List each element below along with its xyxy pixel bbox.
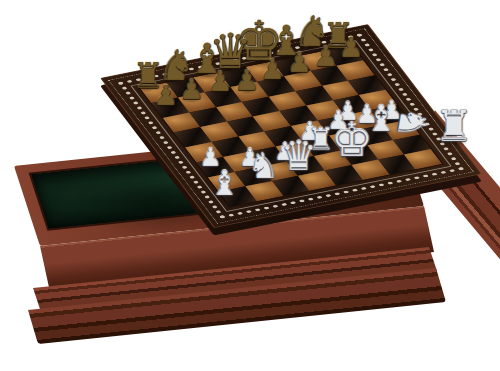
pawn-glyph: ♟: [208, 69, 233, 97]
queen-glyph: ♛: [281, 136, 318, 177]
pawn-glyph: ♟: [260, 57, 285, 85]
pawn-glyph: ♟: [287, 50, 312, 78]
knight-glyph: ♞: [248, 150, 279, 185]
pawn-glyph: ♟: [338, 34, 363, 62]
rook-glyph: ♜: [435, 105, 474, 148]
product-photo-scene: ♞♜♝♟♚♟♛♟♝♟♞♜♟♟♟♟♟♟♟♞♟♝♟♜♜♚♟♟♟♛♞♝: [0, 0, 500, 371]
pawn-glyph: ♟: [313, 44, 338, 72]
pawn-glyph: ♟: [153, 82, 178, 110]
pawn-glyph: ♟: [179, 76, 204, 104]
pawn-glyph: ♟: [234, 67, 259, 95]
bishop-glyph: ♝: [209, 167, 240, 202]
pieces-layer: ♞♜♝♟♚♟♛♟♝♟♞♜♟♟♟♟♟♟♟♞♟♝♟♜♜♚♟♟♟♛♞♝: [0, 0, 500, 371]
king-glyph: ♚: [331, 117, 373, 164]
